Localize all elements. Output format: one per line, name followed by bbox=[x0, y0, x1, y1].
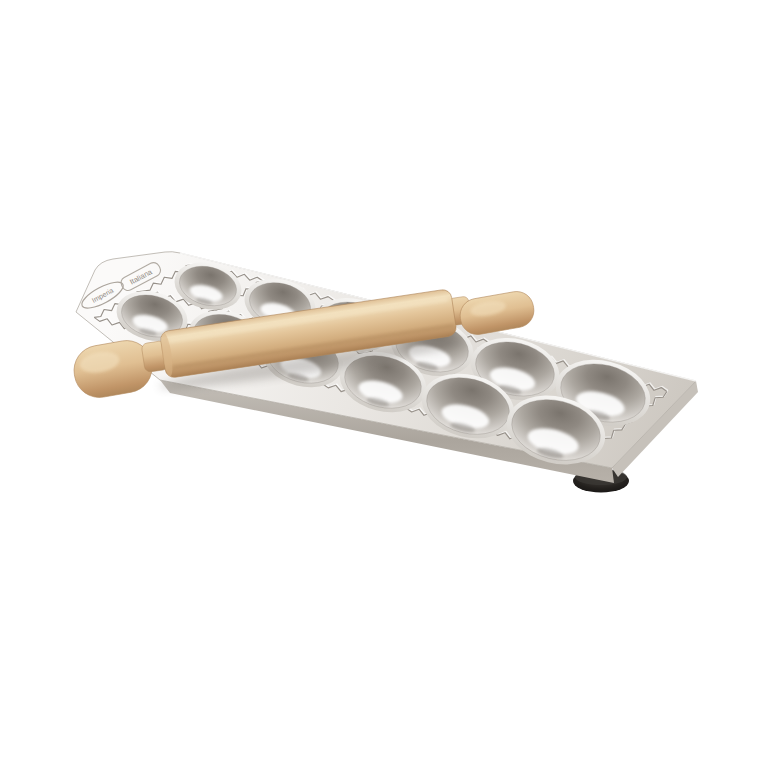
product-photo: Imperia Italiana bbox=[0, 0, 767, 767]
scene-svg: Imperia Italiana bbox=[0, 0, 767, 767]
